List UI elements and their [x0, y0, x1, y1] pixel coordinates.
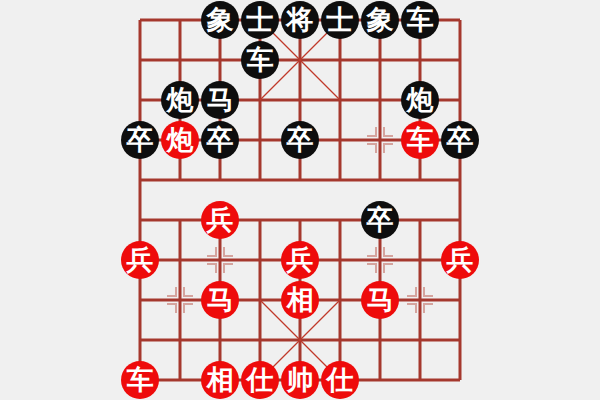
piece-black-soldier[interactable]: 卒	[281, 121, 319, 159]
piece-red-advisor[interactable]: 仕	[321, 361, 359, 399]
piece-black-elephant[interactable]: 象	[201, 1, 239, 39]
piece-black-horse[interactable]: 马	[201, 81, 239, 119]
piece-black-general[interactable]: 将	[281, 1, 319, 39]
piece-red-soldier[interactable]: 兵	[201, 201, 239, 239]
piece-black-chariot[interactable]: 车	[241, 41, 279, 79]
piece-red-elephant[interactable]: 相	[281, 281, 319, 319]
board-grid	[0, 0, 600, 400]
piece-red-chariot[interactable]: 车	[121, 361, 159, 399]
piece-red-soldier[interactable]: 兵	[441, 241, 479, 279]
star-point-marker	[167, 287, 193, 313]
piece-red-advisor[interactable]: 仕	[241, 361, 279, 399]
piece-black-advisor[interactable]: 士	[241, 1, 279, 39]
star-point-marker	[207, 247, 233, 273]
piece-red-horse[interactable]: 马	[361, 281, 399, 319]
piece-black-cannon[interactable]: 炮	[401, 81, 439, 119]
piece-red-chariot[interactable]: 车	[401, 121, 439, 159]
piece-red-cannon[interactable]: 炮	[161, 121, 199, 159]
star-point-marker	[367, 127, 393, 153]
piece-red-general[interactable]: 帅	[281, 361, 319, 399]
piece-black-soldier[interactable]: 卒	[121, 121, 159, 159]
piece-black-soldier[interactable]: 卒	[441, 121, 479, 159]
piece-black-cannon[interactable]: 炮	[161, 81, 199, 119]
piece-black-soldier[interactable]: 卒	[361, 201, 399, 239]
piece-black-advisor[interactable]: 士	[321, 1, 359, 39]
piece-red-soldier[interactable]: 兵	[281, 241, 319, 279]
piece-red-elephant[interactable]: 相	[201, 361, 239, 399]
piece-black-elephant[interactable]: 象	[361, 1, 399, 39]
piece-black-soldier[interactable]: 卒	[201, 121, 239, 159]
star-point-marker	[367, 247, 393, 273]
piece-red-soldier[interactable]: 兵	[121, 241, 159, 279]
xiangqi-board: 象士将士象车车炮马炮卒炮卒卒车卒兵卒兵兵兵马相马车相仕帅仕	[0, 0, 600, 400]
star-point-marker	[407, 287, 433, 313]
piece-red-horse[interactable]: 马	[201, 281, 239, 319]
piece-black-chariot[interactable]: 车	[401, 1, 439, 39]
